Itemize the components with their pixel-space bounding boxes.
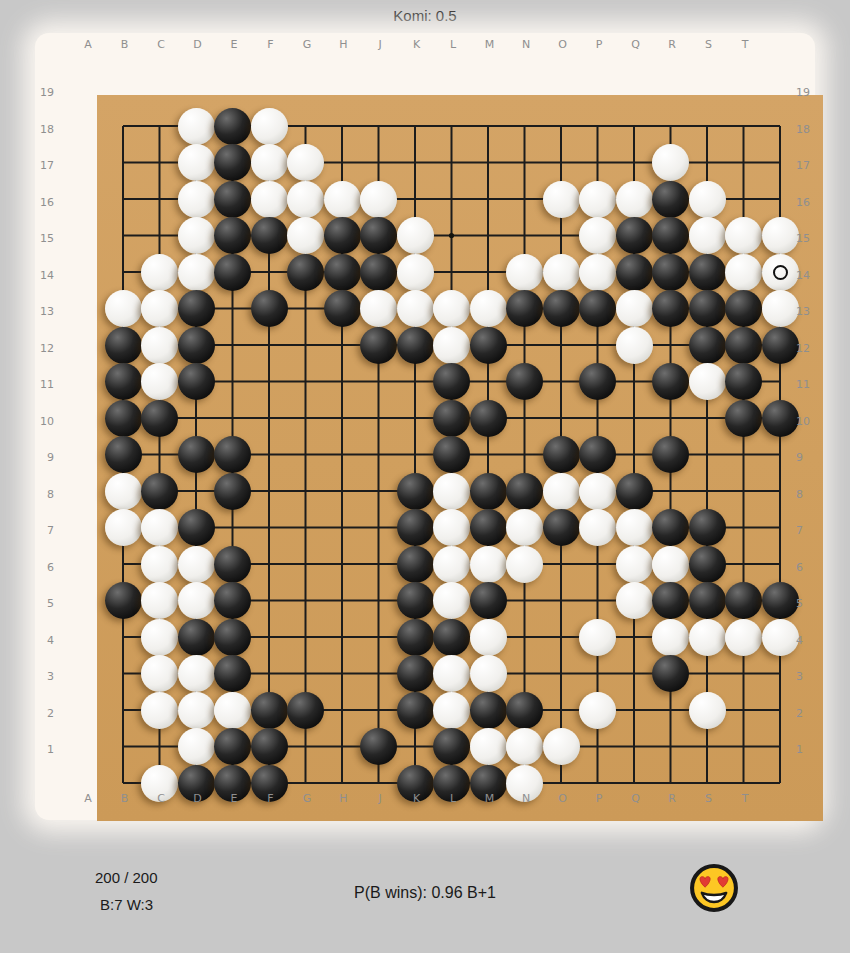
app-window: Komi: 0.5 200 / 200 B:7 W:3 P(B wins): 0… <box>0 0 850 953</box>
coord-label: O <box>551 38 575 52</box>
stone-white <box>214 692 251 729</box>
stone-white <box>141 290 178 327</box>
coord-label: 12 <box>796 342 826 356</box>
stone-black <box>105 327 142 364</box>
coord-label: M <box>478 38 502 52</box>
stone-black <box>470 473 507 510</box>
stone-white <box>141 363 178 400</box>
coord-label: 10 <box>796 415 826 429</box>
stone-black <box>470 509 507 546</box>
coord-label: T <box>733 38 757 52</box>
stone-black <box>433 619 470 656</box>
coord-label: J <box>368 792 392 806</box>
coord-label: 9 <box>24 451 54 465</box>
stone-white <box>141 546 178 583</box>
coord-label: 15 <box>796 232 826 246</box>
stone-black <box>506 363 543 400</box>
stone-white <box>141 509 178 546</box>
coord-label: N <box>514 792 538 806</box>
stone-black <box>397 655 434 692</box>
stone-white <box>178 108 215 145</box>
coord-label: K <box>405 38 429 52</box>
stone-black <box>725 363 762 400</box>
stone-black <box>214 254 251 291</box>
stone-black <box>397 619 434 656</box>
stone-white <box>251 108 288 145</box>
coord-label: T <box>733 792 757 806</box>
coord-label: 5 <box>796 597 826 611</box>
stone-black <box>178 363 215 400</box>
coord-label: K <box>405 792 429 806</box>
stone-white <box>762 290 799 327</box>
coord-label: E <box>222 792 246 806</box>
stone-white <box>652 619 689 656</box>
stone-black <box>214 144 251 181</box>
stone-black <box>433 400 470 437</box>
stone-black <box>470 582 507 619</box>
coord-label: R <box>660 792 684 806</box>
stone-black <box>397 546 434 583</box>
stone-white <box>470 290 507 327</box>
stone-black <box>689 254 726 291</box>
coord-label: H <box>332 38 356 52</box>
stone-black <box>470 400 507 437</box>
stone-white <box>470 655 507 692</box>
stone-black <box>397 509 434 546</box>
stone-white <box>360 290 397 327</box>
stone-black <box>470 327 507 364</box>
stone-white <box>433 655 470 692</box>
coord-label: G <box>295 38 319 52</box>
coord-label: 6 <box>24 561 54 575</box>
stone-white <box>397 217 434 254</box>
stone-white <box>470 619 507 656</box>
coord-label: 8 <box>796 488 826 502</box>
stone-black <box>725 582 762 619</box>
komi-title: Komi: 0.5 <box>0 7 850 24</box>
stone-black <box>324 217 361 254</box>
coord-label: S <box>697 38 721 52</box>
coord-label: B <box>113 38 137 52</box>
stone-white <box>178 582 215 619</box>
stone-white <box>178 655 215 692</box>
stone-black <box>652 509 689 546</box>
stone-black <box>652 181 689 218</box>
stone-white <box>689 363 726 400</box>
stone-white <box>762 217 799 254</box>
stone-white <box>287 181 324 218</box>
stone-white <box>178 254 215 291</box>
stone-black <box>762 400 799 437</box>
stone-white <box>105 473 142 510</box>
stone-black <box>251 692 288 729</box>
coord-label: P <box>587 792 611 806</box>
stone-white <box>141 692 178 729</box>
coord-label: 12 <box>24 342 54 356</box>
stone-black <box>652 254 689 291</box>
stone-black <box>762 327 799 364</box>
coord-label: A <box>76 792 100 806</box>
stone-white <box>178 217 215 254</box>
stone-white <box>543 473 580 510</box>
stone-white <box>616 290 653 327</box>
stone-black <box>689 327 726 364</box>
stone-black <box>689 546 726 583</box>
coord-label: 11 <box>796 378 826 392</box>
stone-black <box>506 473 543 510</box>
stone-black <box>178 509 215 546</box>
stone-black <box>579 436 616 473</box>
stone-black <box>287 254 324 291</box>
coord-label: 16 <box>24 196 54 210</box>
stone-white <box>433 509 470 546</box>
heart-eyes-emoji <box>688 862 740 914</box>
coord-label: 14 <box>796 269 826 283</box>
stone-white <box>579 692 616 729</box>
stone-black <box>579 290 616 327</box>
coord-label: 13 <box>796 305 826 319</box>
stone-white <box>543 728 580 765</box>
go-board[interactable] <box>97 95 823 821</box>
coord-label: 4 <box>796 634 826 648</box>
stone-black <box>506 290 543 327</box>
stone-black <box>543 436 580 473</box>
stone-white <box>725 217 762 254</box>
stone-black <box>105 400 142 437</box>
stone-black <box>689 582 726 619</box>
stone-white <box>287 217 324 254</box>
stone-white <box>725 619 762 656</box>
stone-black <box>543 290 580 327</box>
stone-black <box>214 582 251 619</box>
coord-label: H <box>332 792 356 806</box>
stone-black <box>178 436 215 473</box>
coord-label: 11 <box>24 378 54 392</box>
stone-white <box>105 290 142 327</box>
stone-black <box>616 254 653 291</box>
stone-black <box>397 473 434 510</box>
stone-black <box>214 728 251 765</box>
coord-label: E <box>222 38 246 52</box>
stone-white <box>141 655 178 692</box>
stone-black <box>214 546 251 583</box>
stone-black <box>652 582 689 619</box>
coord-label: L <box>441 792 465 806</box>
stone-white <box>616 546 653 583</box>
stone-white <box>178 181 215 218</box>
stone-black <box>214 181 251 218</box>
stone-white <box>506 728 543 765</box>
coord-label: 19 <box>24 86 54 100</box>
stone-white <box>579 254 616 291</box>
stone-white <box>579 217 616 254</box>
coord-label: D <box>186 792 210 806</box>
stone-white <box>689 181 726 218</box>
stone-white <box>433 582 470 619</box>
stone-black <box>251 217 288 254</box>
stone-black <box>616 217 653 254</box>
coord-label: 6 <box>796 561 826 575</box>
stone-black <box>105 436 142 473</box>
coord-label: F <box>259 792 283 806</box>
stone-black <box>214 436 251 473</box>
last-move-marker <box>773 265 788 280</box>
stone-white <box>616 509 653 546</box>
stone-black <box>652 655 689 692</box>
coord-label: Q <box>624 38 648 52</box>
stone-white <box>141 327 178 364</box>
coord-label: Q <box>624 792 648 806</box>
stone-white <box>616 327 653 364</box>
stone-white <box>579 619 616 656</box>
stone-white <box>251 181 288 218</box>
stone-black <box>652 290 689 327</box>
coord-label: 2 <box>24 707 54 721</box>
stone-white <box>178 728 215 765</box>
coord-label: O <box>551 792 575 806</box>
coord-label: 17 <box>24 159 54 173</box>
coord-label: B <box>113 792 137 806</box>
stone-black <box>762 582 799 619</box>
stone-black <box>579 363 616 400</box>
coord-label: 13 <box>24 305 54 319</box>
stone-white <box>689 619 726 656</box>
stone-white <box>579 181 616 218</box>
coord-label: 10 <box>24 415 54 429</box>
stone-black <box>652 217 689 254</box>
stone-black <box>397 692 434 729</box>
stone-black <box>214 217 251 254</box>
stone-black <box>616 473 653 510</box>
coord-label: 18 <box>24 123 54 137</box>
stone-white <box>689 692 726 729</box>
stone-white <box>506 254 543 291</box>
stone-white <box>652 546 689 583</box>
stone-white <box>251 144 288 181</box>
stone-black <box>251 728 288 765</box>
stone-white <box>616 582 653 619</box>
stone-black <box>725 290 762 327</box>
stone-white <box>141 619 178 656</box>
coord-label: 17 <box>796 159 826 173</box>
coord-label: P <box>587 38 611 52</box>
stone-black <box>433 436 470 473</box>
stone-white <box>506 509 543 546</box>
stone-white <box>652 144 689 181</box>
coord-label: 15 <box>24 232 54 246</box>
coord-label: L <box>441 38 465 52</box>
coord-label: 1 <box>24 743 54 757</box>
stone-white <box>397 254 434 291</box>
stone-black <box>324 290 361 327</box>
stone-black <box>506 692 543 729</box>
coord-label: 2 <box>796 707 826 721</box>
coord-label: 3 <box>24 670 54 684</box>
stone-white <box>178 144 215 181</box>
stone-black <box>689 290 726 327</box>
coord-label: F <box>259 38 283 52</box>
stone-black <box>178 619 215 656</box>
coord-label: C <box>149 792 173 806</box>
stone-black <box>725 400 762 437</box>
stone-white <box>725 254 762 291</box>
stone-black <box>397 582 434 619</box>
stone-black <box>141 400 178 437</box>
stone-white <box>397 290 434 327</box>
stone-black <box>725 327 762 364</box>
stone-white <box>433 546 470 583</box>
coord-label: J <box>368 38 392 52</box>
stone-black <box>324 254 361 291</box>
stone-white <box>470 728 507 765</box>
stone-black <box>543 509 580 546</box>
stone-white <box>433 290 470 327</box>
coord-label: 9 <box>796 451 826 465</box>
stone-black <box>652 363 689 400</box>
coord-label: R <box>660 38 684 52</box>
coord-label: 7 <box>24 524 54 538</box>
stone-white <box>141 254 178 291</box>
stone-white <box>543 254 580 291</box>
stone-white <box>141 582 178 619</box>
stone-white <box>178 692 215 729</box>
stone-white <box>360 181 397 218</box>
stone-black <box>360 728 397 765</box>
stone-black <box>287 692 324 729</box>
stone-black <box>652 436 689 473</box>
stone-white <box>579 509 616 546</box>
coord-label: N <box>514 38 538 52</box>
coord-label: 18 <box>796 123 826 137</box>
stone-black <box>397 327 434 364</box>
coord-label: G <box>295 792 319 806</box>
stone-black <box>433 363 470 400</box>
stone-white <box>324 181 361 218</box>
stone-black <box>360 254 397 291</box>
stone-white <box>105 509 142 546</box>
stone-white <box>616 181 653 218</box>
star-point <box>449 233 454 238</box>
board-panel <box>35 33 815 820</box>
stone-white <box>433 473 470 510</box>
stone-white <box>762 619 799 656</box>
stone-white <box>287 144 324 181</box>
stone-black <box>214 108 251 145</box>
stone-black <box>178 327 215 364</box>
stone-white <box>178 546 215 583</box>
coord-label: S <box>697 792 721 806</box>
coord-label: 19 <box>796 86 826 100</box>
coord-label: 14 <box>24 269 54 283</box>
stone-black <box>178 290 215 327</box>
coord-label: 7 <box>796 524 826 538</box>
coord-label: 3 <box>796 670 826 684</box>
stone-white <box>470 546 507 583</box>
stone-black <box>360 327 397 364</box>
stone-white <box>543 181 580 218</box>
stone-black <box>433 728 470 765</box>
coord-label: C <box>149 38 173 52</box>
stone-black <box>470 692 507 729</box>
coord-label: M <box>478 792 502 806</box>
stone-black <box>214 655 251 692</box>
coord-label: A <box>76 38 100 52</box>
coord-label: 8 <box>24 488 54 502</box>
coord-label: 16 <box>796 196 826 210</box>
stone-white <box>689 217 726 254</box>
coord-label: 1 <box>796 743 826 757</box>
coord-label: D <box>186 38 210 52</box>
stone-black <box>214 473 251 510</box>
stone-white <box>506 546 543 583</box>
coord-label: 4 <box>24 634 54 648</box>
stone-white <box>433 692 470 729</box>
coord-label: 5 <box>24 597 54 611</box>
stone-black <box>360 217 397 254</box>
stone-white <box>433 327 470 364</box>
stone-black <box>105 582 142 619</box>
stone-black <box>251 290 288 327</box>
stone-black <box>689 509 726 546</box>
stone-white <box>579 473 616 510</box>
stone-black <box>141 473 178 510</box>
stone-black <box>105 363 142 400</box>
stone-black <box>214 619 251 656</box>
